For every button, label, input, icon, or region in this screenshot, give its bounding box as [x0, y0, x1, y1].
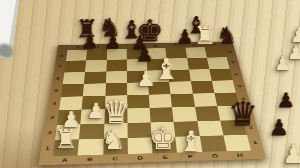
captured-black-pawn: ♟ [276, 90, 296, 110]
piece-black-queen-h2[interactable]: ♛ [227, 97, 260, 130]
piece-white-knight-c1[interactable]: ♞ [100, 126, 127, 153]
piece-white-rook-a1[interactable]: ♜ [53, 126, 79, 152]
rank-label-7: 7 [230, 57, 237, 68]
square-c6[interactable] [106, 71, 127, 83]
chess-scene: ABCDEFGH ABCDEFGH 87654321 87654321 ♜♟♞♟… [0, 0, 300, 168]
rank-label-8: 8 [227, 47, 233, 58]
rank-label-3: 3 [49, 110, 55, 124]
square-e4[interactable] [149, 94, 172, 108]
rank-label-1: 1 [44, 140, 51, 156]
rank-label-8: 8 [59, 50, 64, 61]
square-g6[interactable] [189, 69, 212, 81]
piece-white-rook-g8[interactable]: ♜ [193, 23, 218, 48]
square-g4[interactable] [192, 93, 217, 107]
square-g3[interactable] [195, 106, 220, 121]
file-label-c: C [102, 155, 127, 162]
captured-white-pawn: ♟ [289, 25, 300, 45]
rank-label-4: 4 [51, 97, 57, 111]
piece-white-king-e1[interactable]: ♚ [148, 123, 179, 154]
square-f4[interactable] [171, 94, 195, 108]
file-label-b: B [77, 156, 103, 163]
file-label-a: A [52, 157, 78, 164]
square-g7[interactable] [187, 58, 209, 70]
rank-label-7: 7 [57, 61, 62, 72]
square-a5[interactable] [61, 84, 84, 97]
file-label-h: H [227, 152, 253, 159]
rank-label-1: 1 [251, 134, 260, 150]
piece-white-pawn-d4[interactable]: ♟ [136, 69, 157, 90]
rank-label-6: 6 [55, 72, 61, 84]
piece-black-knight-h6[interactable]: ♞ [216, 24, 239, 47]
square-g5[interactable] [190, 81, 214, 94]
square-a7[interactable] [64, 60, 86, 72]
file-label-g: G [202, 153, 228, 160]
square-a6[interactable] [63, 72, 85, 84]
captured-black-pawn: ♟ [268, 117, 290, 139]
rank-label-5: 5 [53, 84, 59, 97]
square-b6[interactable] [84, 71, 106, 83]
rank-label-6: 6 [233, 68, 240, 80]
square-c7[interactable] [106, 60, 127, 72]
rank-label-5: 5 [236, 80, 243, 93]
piece-white-bishop-f1[interactable]: ♝ [177, 128, 205, 156]
square-b7[interactable] [85, 60, 106, 72]
captured-white-pawn: ♟ [281, 141, 300, 167]
